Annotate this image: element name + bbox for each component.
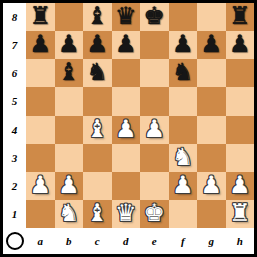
square-e4[interactable]: ♟ (140, 116, 169, 144)
square-f2[interactable]: ♟ (169, 172, 198, 200)
square-c5[interactable] (83, 87, 112, 115)
square-h5[interactable] (226, 87, 255, 115)
white-bishop[interactable]: ♝ (86, 201, 108, 225)
white-pawn[interactable]: ♟ (200, 173, 222, 197)
square-h8[interactable]: ♜ (226, 3, 255, 31)
black-rook[interactable]: ♜ (229, 4, 251, 28)
black-knight[interactable]: ♞ (172, 60, 194, 84)
rank-labels: 87654321 (3, 3, 26, 228)
square-c8[interactable]: ♝ (83, 3, 112, 31)
square-d6[interactable] (112, 59, 141, 87)
square-a8[interactable]: ♜ (26, 3, 55, 31)
white-queen[interactable]: ♛ (115, 201, 137, 225)
square-g7[interactable]: ♟ (197, 31, 226, 59)
square-f8[interactable] (169, 3, 198, 31)
file-label-c: c (83, 228, 112, 254)
white-pawn[interactable]: ♟ (58, 173, 80, 197)
board-corner (3, 228, 26, 254)
square-d1[interactable]: ♛ (112, 200, 141, 228)
white-knight[interactable]: ♞ (172, 145, 194, 169)
square-f4[interactable] (169, 116, 198, 144)
square-h3[interactable] (226, 144, 255, 172)
square-a3[interactable] (26, 144, 55, 172)
square-c6[interactable]: ♞ (83, 59, 112, 87)
square-b1[interactable]: ♞ (55, 200, 84, 228)
white-rook[interactable]: ♜ (229, 201, 251, 225)
square-h2[interactable]: ♟ (226, 172, 255, 200)
square-g6[interactable] (197, 59, 226, 87)
black-bishop[interactable]: ♝ (86, 4, 108, 28)
chess-diagram: 87654321 ♜♝♛♚♜♟♟♟♟♟♟♟♝♞♞♝♟♟♞♟♟♟♟♟♞♝♛♚♜ a… (0, 0, 257, 257)
black-knight[interactable]: ♞ (86, 60, 108, 84)
square-b8[interactable] (55, 3, 84, 31)
square-e6[interactable] (140, 59, 169, 87)
square-f3[interactable]: ♞ (169, 144, 198, 172)
white-pawn[interactable]: ♟ (115, 117, 137, 141)
file-label-b: b (55, 228, 84, 254)
black-bishop[interactable]: ♝ (58, 60, 80, 84)
square-c2[interactable] (83, 172, 112, 200)
black-queen[interactable]: ♛ (115, 4, 137, 28)
file-labels: abcdefgh (26, 228, 254, 254)
square-h7[interactable]: ♟ (226, 31, 255, 59)
side-to-move-indicator (6, 232, 24, 250)
file-label-f: f (169, 228, 198, 254)
square-b6[interactable]: ♝ (55, 59, 84, 87)
black-pawn[interactable]: ♟ (115, 32, 137, 56)
square-a5[interactable] (26, 87, 55, 115)
rank-label-2: 2 (3, 172, 26, 200)
black-pawn[interactable]: ♟ (172, 32, 194, 56)
white-bishop[interactable]: ♝ (86, 117, 108, 141)
square-g8[interactable] (197, 3, 226, 31)
square-f5[interactable] (169, 87, 198, 115)
square-g3[interactable] (197, 144, 226, 172)
square-a7[interactable]: ♟ (26, 31, 55, 59)
black-pawn[interactable]: ♟ (58, 32, 80, 56)
square-c4[interactable]: ♝ (83, 116, 112, 144)
square-f7[interactable]: ♟ (169, 31, 198, 59)
square-b5[interactable] (55, 87, 84, 115)
square-b2[interactable]: ♟ (55, 172, 84, 200)
rank-label-1: 1 (3, 200, 26, 228)
file-label-g: g (197, 228, 226, 254)
square-g5[interactable] (197, 87, 226, 115)
rank-label-6: 6 (3, 59, 26, 87)
square-e3[interactable] (140, 144, 169, 172)
square-b7[interactable]: ♟ (55, 31, 84, 59)
square-g2[interactable]: ♟ (197, 172, 226, 200)
square-d8[interactable]: ♛ (112, 3, 141, 31)
square-e8[interactable]: ♚ (140, 3, 169, 31)
square-e2[interactable] (140, 172, 169, 200)
file-label-a: a (26, 228, 55, 254)
black-rook[interactable]: ♜ (29, 4, 51, 28)
square-f1[interactable] (169, 200, 198, 228)
square-f6[interactable]: ♞ (169, 59, 198, 87)
square-h6[interactable] (226, 59, 255, 87)
black-pawn[interactable]: ♟ (86, 32, 108, 56)
square-g1[interactable] (197, 200, 226, 228)
square-a2[interactable]: ♟ (26, 172, 55, 200)
square-a6[interactable] (26, 59, 55, 87)
rank-label-3: 3 (3, 144, 26, 172)
rank-label-7: 7 (3, 31, 26, 59)
rank-label-8: 8 (3, 3, 26, 31)
white-pawn[interactable]: ♟ (229, 173, 251, 197)
black-pawn[interactable]: ♟ (229, 32, 251, 56)
square-e7[interactable] (140, 31, 169, 59)
black-pawn[interactable]: ♟ (200, 32, 222, 56)
white-pawn[interactable]: ♟ (29, 173, 51, 197)
square-g4[interactable] (197, 116, 226, 144)
white-knight[interactable]: ♞ (58, 201, 80, 225)
square-d4[interactable]: ♟ (112, 116, 141, 144)
square-d7[interactable]: ♟ (112, 31, 141, 59)
square-h1[interactable]: ♜ (226, 200, 255, 228)
square-c7[interactable]: ♟ (83, 31, 112, 59)
square-d3[interactable] (112, 144, 141, 172)
black-king[interactable]: ♚ (143, 4, 165, 28)
square-c3[interactable] (83, 144, 112, 172)
square-e5[interactable] (140, 87, 169, 115)
square-c1[interactable]: ♝ (83, 200, 112, 228)
file-label-d: d (112, 228, 141, 254)
square-b4[interactable] (55, 116, 84, 144)
square-d5[interactable] (112, 87, 141, 115)
square-d2[interactable] (112, 172, 141, 200)
square-a1[interactable] (26, 200, 55, 228)
square-h4[interactable] (226, 116, 255, 144)
file-label-e: e (140, 228, 169, 254)
square-e1[interactable]: ♚ (140, 200, 169, 228)
white-pawn[interactable]: ♟ (143, 117, 165, 141)
white-king[interactable]: ♚ (143, 201, 165, 225)
rank-label-4: 4 (3, 116, 26, 144)
file-label-h: h (226, 228, 255, 254)
white-pawn[interactable]: ♟ (172, 173, 194, 197)
black-pawn[interactable]: ♟ (29, 32, 51, 56)
rank-label-5: 5 (3, 87, 26, 115)
square-b3[interactable] (55, 144, 84, 172)
square-a4[interactable] (26, 116, 55, 144)
chess-board[interactable]: ♜♝♛♚♜♟♟♟♟♟♟♟♝♞♞♝♟♟♞♟♟♟♟♟♞♝♛♚♜ (26, 3, 254, 228)
